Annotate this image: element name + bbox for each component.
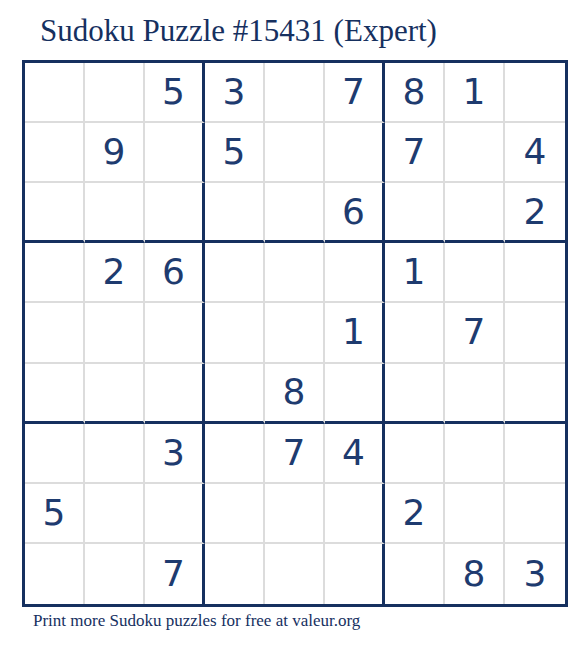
cell-r3c5 — [265, 183, 325, 243]
page-title: Sudoku Puzzle #15431 (Expert) — [40, 13, 437, 49]
cell-r5c7 — [385, 303, 445, 363]
footer-text: Print more Sudoku puzzles for free at va… — [33, 611, 360, 631]
cell-r5c1 — [25, 303, 85, 363]
cell-r4c5 — [265, 243, 325, 303]
cell-r4c6 — [325, 243, 385, 303]
cell-r1c3: 5 — [145, 63, 205, 123]
cell-r9c4 — [205, 544, 265, 604]
cell-r8c4 — [205, 484, 265, 544]
cell-r6c9 — [505, 364, 565, 424]
cell-r9c8: 8 — [445, 544, 505, 604]
cell-r1c4: 3 — [205, 63, 265, 123]
cell-r8c7: 2 — [385, 484, 445, 544]
cell-r1c2 — [85, 63, 145, 123]
cell-r3c2 — [85, 183, 145, 243]
cell-r7c6: 4 — [325, 424, 385, 484]
cell-r5c9 — [505, 303, 565, 363]
cell-r6c6 — [325, 364, 385, 424]
cell-r9c5 — [265, 544, 325, 604]
cell-r9c9: 3 — [505, 544, 565, 604]
cell-r9c1 — [25, 544, 85, 604]
cell-r6c7 — [385, 364, 445, 424]
cell-r8c3 — [145, 484, 205, 544]
cell-r1c9 — [505, 63, 565, 123]
cell-r7c3: 3 — [145, 424, 205, 484]
cell-r8c2 — [85, 484, 145, 544]
cell-r6c3 — [145, 364, 205, 424]
cell-r2c7: 7 — [385, 123, 445, 183]
cell-r2c8 — [445, 123, 505, 183]
cell-r6c5: 8 — [265, 364, 325, 424]
cell-r9c3: 7 — [145, 544, 205, 604]
cell-r2c1 — [25, 123, 85, 183]
cell-r2c2: 9 — [85, 123, 145, 183]
cell-r2c4: 5 — [205, 123, 265, 183]
cell-r1c5 — [265, 63, 325, 123]
cell-r1c1 — [25, 63, 85, 123]
cell-r5c6: 1 — [325, 303, 385, 363]
cell-r8c8 — [445, 484, 505, 544]
cell-r4c8 — [445, 243, 505, 303]
cell-r7c7 — [385, 424, 445, 484]
cell-r7c1 — [25, 424, 85, 484]
cell-r2c9: 4 — [505, 123, 565, 183]
cell-r4c3: 6 — [145, 243, 205, 303]
cell-r8c5 — [265, 484, 325, 544]
cell-r9c6 — [325, 544, 385, 604]
sudoku-board: 5378195746226117837452783 — [22, 60, 568, 607]
cell-r8c9 — [505, 484, 565, 544]
cell-r6c4 — [205, 364, 265, 424]
cell-r5c8: 7 — [445, 303, 505, 363]
cell-r4c4 — [205, 243, 265, 303]
cell-r4c7: 1 — [385, 243, 445, 303]
cell-r5c3 — [145, 303, 205, 363]
cell-r6c8 — [445, 364, 505, 424]
cell-r7c8 — [445, 424, 505, 484]
cell-r4c1 — [25, 243, 85, 303]
cell-r5c4 — [205, 303, 265, 363]
cell-r2c3 — [145, 123, 205, 183]
cell-r5c2 — [85, 303, 145, 363]
cell-r3c9: 2 — [505, 183, 565, 243]
cell-r4c2: 2 — [85, 243, 145, 303]
cell-r9c7 — [385, 544, 445, 604]
cell-r2c5 — [265, 123, 325, 183]
cell-r8c6 — [325, 484, 385, 544]
cell-r3c8 — [445, 183, 505, 243]
cell-r1c6: 7 — [325, 63, 385, 123]
cell-r8c1: 5 — [25, 484, 85, 544]
cell-r7c4 — [205, 424, 265, 484]
cell-r4c9 — [505, 243, 565, 303]
cell-r7c9 — [505, 424, 565, 484]
cell-r6c1 — [25, 364, 85, 424]
cell-r1c8: 1 — [445, 63, 505, 123]
cell-r1c7: 8 — [385, 63, 445, 123]
cell-r3c4 — [205, 183, 265, 243]
cell-r3c3 — [145, 183, 205, 243]
cell-r6c2 — [85, 364, 145, 424]
cell-r3c6: 6 — [325, 183, 385, 243]
cell-r7c2 — [85, 424, 145, 484]
cell-r9c2 — [85, 544, 145, 604]
cell-r7c5: 7 — [265, 424, 325, 484]
cell-r3c7 — [385, 183, 445, 243]
cell-r2c6 — [325, 123, 385, 183]
cell-r3c1 — [25, 183, 85, 243]
cell-r5c5 — [265, 303, 325, 363]
